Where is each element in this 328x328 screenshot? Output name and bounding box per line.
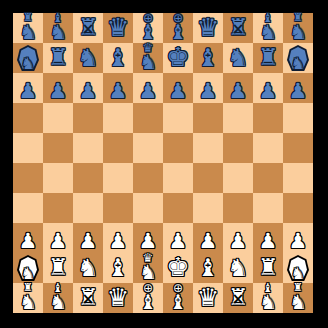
- piece-white-rook[interactable]: ♜: [253, 253, 283, 283]
- piece-white-shield-knight[interactable]: ♞: [283, 253, 313, 283]
- elephant-crest-icon: ⊕: [163, 282, 193, 294]
- pawn-glyph: ♟: [43, 231, 73, 252]
- elephant-crest-icon: ⊕: [163, 12, 193, 24]
- piece-white-king[interactable]: ♚: [163, 253, 193, 283]
- piece-blue-archbishop[interactable]: ♞♝: [43, 13, 73, 43]
- shield-knight-glyph: ♞: [283, 266, 313, 282]
- square-g7[interactable]: [193, 103, 223, 133]
- square-i6[interactable]: [253, 133, 283, 163]
- square-j9[interactable]: ♞: [283, 43, 313, 73]
- square-c8[interactable]: ♟: [73, 73, 103, 103]
- square-b6[interactable]: [43, 133, 73, 163]
- archbishop-glyph: ♞: [253, 22, 283, 42]
- piece-white-rook[interactable]: ♜: [43, 253, 73, 283]
- square-i5[interactable]: [253, 163, 283, 193]
- square-d6[interactable]: [103, 133, 133, 163]
- archbishop-crest-icon: ♝: [253, 282, 283, 294]
- piece-white-pawn[interactable]: ♟: [43, 223, 73, 253]
- piece-white-bishop[interactable]: ♝: [193, 253, 223, 283]
- piece-blue-queen[interactable]: ♛: [193, 13, 223, 43]
- square-d1[interactable]: ♛: [103, 283, 133, 313]
- piece-white-elephant[interactable]: ♝⊕: [133, 283, 163, 313]
- piece-blue-pawn[interactable]: ♟: [253, 73, 283, 103]
- piece-blue-rook[interactable]: ♜: [43, 43, 73, 73]
- square-e4[interactable]: [133, 193, 163, 223]
- rook-glyph: ♜: [43, 256, 73, 279]
- piece-blue-pawn[interactable]: ♟: [103, 73, 133, 103]
- archbishop-crest-icon: ♝: [43, 282, 73, 294]
- piece-blue-bishop[interactable]: ♝: [103, 43, 133, 73]
- square-c2[interactable]: ♞: [73, 253, 103, 283]
- square-f8[interactable]: ♟: [163, 73, 193, 103]
- square-d8[interactable]: ♟: [103, 73, 133, 103]
- square-c1[interactable]: ♜×: [73, 283, 103, 313]
- square-a4[interactable]: [13, 193, 43, 223]
- pawn-glyph: ♟: [283, 81, 313, 102]
- square-e10[interactable]: ♝⊕: [133, 13, 163, 43]
- pawn-glyph: ♟: [73, 231, 103, 252]
- square-h5[interactable]: [223, 163, 253, 193]
- square-h7[interactable]: [223, 103, 253, 133]
- square-b3[interactable]: ♟: [43, 223, 73, 253]
- square-f9[interactable]: ♚: [163, 43, 193, 73]
- square-b10[interactable]: ♞♝: [43, 13, 73, 43]
- piece-white-cannon[interactable]: ♜×: [73, 283, 103, 313]
- square-h2[interactable]: ♞: [223, 253, 253, 283]
- square-e8[interactable]: ♟: [133, 73, 163, 103]
- square-g1[interactable]: ♛: [193, 283, 223, 313]
- pawn-glyph: ♟: [193, 81, 223, 102]
- square-c4[interactable]: [73, 193, 103, 223]
- piece-blue-pawn[interactable]: ♟: [193, 73, 223, 103]
- archbishop-crest-icon: ♝: [43, 12, 73, 24]
- piece-blue-king[interactable]: ♚: [163, 43, 193, 73]
- knight-glyph: ♞: [73, 256, 103, 280]
- square-f2[interactable]: ♚: [163, 253, 193, 283]
- screen: ♞♜♞♝♜×♛♝⊕♝⊕♛♜×♞♝♞♜♞♜♞♝♞♛♚♝♞♜♞♟♟♟♟♟♟♟♟♟♟♟…: [0, 0, 328, 328]
- pawn-glyph: ♟: [223, 231, 253, 252]
- square-d3[interactable]: ♟: [103, 223, 133, 253]
- square-a3[interactable]: ♟: [13, 223, 43, 253]
- square-e5[interactable]: [133, 163, 163, 193]
- piece-white-pawn[interactable]: ♟: [163, 223, 193, 253]
- elephant-glyph: ♝: [133, 292, 163, 312]
- piece-blue-cannon[interactable]: ♜×: [223, 13, 253, 43]
- piece-white-pawn[interactable]: ♟: [193, 223, 223, 253]
- piece-white-amazon[interactable]: ♞♛: [133, 253, 163, 283]
- square-d10[interactable]: ♛: [103, 13, 133, 43]
- square-a1[interactable]: ♞♜: [13, 283, 43, 313]
- square-i1[interactable]: ♞♝: [253, 283, 283, 313]
- piece-blue-amazon[interactable]: ♞♛: [133, 43, 163, 73]
- amazon-glyph: ♞: [133, 262, 163, 282]
- rook-glyph: ♜: [43, 46, 73, 69]
- square-f5[interactable]: [163, 163, 193, 193]
- bishop-glyph: ♝: [193, 46, 223, 70]
- square-j2[interactable]: ♞: [283, 253, 313, 283]
- piece-white-archbishop[interactable]: ♞♝: [253, 283, 283, 313]
- square-g6[interactable]: [193, 133, 223, 163]
- square-b5[interactable]: [43, 163, 73, 193]
- piece-white-pawn[interactable]: ♟: [253, 223, 283, 253]
- square-h1[interactable]: ♜×: [223, 283, 253, 313]
- chancellor-glyph: ♞: [13, 292, 43, 312]
- square-b7[interactable]: [43, 103, 73, 133]
- square-d9[interactable]: ♝: [103, 43, 133, 73]
- queen-glyph: ♛: [193, 285, 223, 310]
- pawn-glyph: ♟: [73, 81, 103, 102]
- bishop-glyph: ♝: [103, 46, 133, 70]
- square-e2[interactable]: ♞♛: [133, 253, 163, 283]
- square-b8[interactable]: ♟: [43, 73, 73, 103]
- chancellor-glyph: ♞: [283, 292, 313, 312]
- square-f1[interactable]: ♝⊕: [163, 283, 193, 313]
- pawn-glyph: ♟: [103, 81, 133, 102]
- square-f6[interactable]: [163, 133, 193, 163]
- square-f4[interactable]: [163, 193, 193, 223]
- square-a7[interactable]: [13, 103, 43, 133]
- square-f7[interactable]: [163, 103, 193, 133]
- piece-white-knight[interactable]: ♞: [73, 253, 103, 283]
- pawn-glyph: ♟: [223, 81, 253, 102]
- knight-glyph: ♞: [73, 46, 103, 70]
- square-e7[interactable]: [133, 103, 163, 133]
- square-g3[interactable]: ♟: [193, 223, 223, 253]
- square-j4[interactable]: [283, 193, 313, 223]
- square-c7[interactable]: [73, 103, 103, 133]
- square-j6[interactable]: [283, 133, 313, 163]
- piece-white-pawn[interactable]: ♟: [73, 223, 103, 253]
- elephant-crest-icon: ⊕: [133, 282, 163, 294]
- chancellor-crest-icon: ♜: [283, 282, 313, 293]
- piece-blue-chancellor[interactable]: ♞♜: [283, 13, 313, 43]
- square-d7[interactable]: [103, 103, 133, 133]
- square-i4[interactable]: [253, 193, 283, 223]
- square-i10[interactable]: ♞♝: [253, 13, 283, 43]
- square-b9[interactable]: ♜: [43, 43, 73, 73]
- archbishop-glyph: ♞: [43, 292, 73, 312]
- square-a2[interactable]: ♞: [13, 253, 43, 283]
- square-e9[interactable]: ♞♛: [133, 43, 163, 73]
- piece-white-pawn[interactable]: ♟: [103, 223, 133, 253]
- square-e6[interactable]: [133, 133, 163, 163]
- square-g8[interactable]: ♟: [193, 73, 223, 103]
- elephant-glyph: ♝: [133, 22, 163, 42]
- square-j7[interactable]: [283, 103, 313, 133]
- piece-blue-bishop[interactable]: ♝: [193, 43, 223, 73]
- piece-blue-elephant[interactable]: ♝⊕: [133, 13, 163, 43]
- shield-knight-glyph: ♞: [283, 56, 313, 72]
- piece-blue-knight[interactable]: ♞: [73, 43, 103, 73]
- square-b1[interactable]: ♞♝: [43, 283, 73, 313]
- square-d4[interactable]: [103, 193, 133, 223]
- pawn-glyph: ♟: [43, 81, 73, 102]
- elephant-glyph: ♝: [163, 22, 193, 42]
- square-g5[interactable]: [193, 163, 223, 193]
- square-h6[interactable]: [223, 133, 253, 163]
- piece-blue-cannon[interactable]: ♜×: [73, 13, 103, 43]
- piece-blue-chancellor[interactable]: ♞♜: [13, 13, 43, 43]
- square-d5[interactable]: [103, 163, 133, 193]
- square-h8[interactable]: ♟: [223, 73, 253, 103]
- square-h3[interactable]: ♟: [223, 223, 253, 253]
- square-i8[interactable]: ♟: [253, 73, 283, 103]
- knight-glyph: ♞: [223, 46, 253, 70]
- piece-blue-knight[interactable]: ♞: [223, 43, 253, 73]
- square-c10[interactable]: ♜×: [73, 13, 103, 43]
- chancellor-crest-icon: ♜: [13, 12, 43, 23]
- piece-blue-pawn[interactable]: ♟: [73, 73, 103, 103]
- square-e1[interactable]: ♝⊕: [133, 283, 163, 313]
- piece-blue-shield-knight[interactable]: ♞: [13, 43, 43, 73]
- piece-white-cannon[interactable]: ♜×: [223, 283, 253, 313]
- piece-white-pawn[interactable]: ♟: [283, 223, 313, 253]
- pawn-glyph: ♟: [13, 231, 43, 252]
- king-glyph: ♚: [163, 44, 193, 70]
- archbishop-glyph: ♞: [253, 292, 283, 312]
- piece-blue-archbishop[interactable]: ♞♝: [253, 13, 283, 43]
- cannon-cross-icon: ×: [82, 21, 95, 36]
- square-b2[interactable]: ♜: [43, 253, 73, 283]
- amazon-glyph: ♞: [133, 52, 163, 72]
- piece-white-queen[interactable]: ♛: [193, 283, 223, 313]
- piece-blue-pawn[interactable]: ♟: [13, 73, 43, 103]
- piece-blue-pawn[interactable]: ♟: [43, 73, 73, 103]
- piece-white-chancellor[interactable]: ♞♜: [283, 283, 313, 313]
- piece-white-shield-knight[interactable]: ♞: [13, 253, 43, 283]
- square-a5[interactable]: [13, 163, 43, 193]
- pawn-glyph: ♟: [283, 231, 313, 252]
- square-a8[interactable]: ♟: [13, 73, 43, 103]
- pawn-glyph: ♟: [253, 231, 283, 252]
- piece-blue-rook[interactable]: ♜: [253, 43, 283, 73]
- shield-knight-glyph: ♞: [13, 266, 43, 282]
- square-j10[interactable]: ♞♜: [283, 13, 313, 43]
- square-g2[interactable]: ♝: [193, 253, 223, 283]
- piece-white-archbishop[interactable]: ♞♝: [43, 283, 73, 313]
- square-g9[interactable]: ♝: [193, 43, 223, 73]
- square-g10[interactable]: ♛: [193, 13, 223, 43]
- pawn-glyph: ♟: [163, 231, 193, 252]
- square-h10[interactable]: ♜×: [223, 13, 253, 43]
- elephant-glyph: ♝: [163, 292, 193, 312]
- square-j5[interactable]: [283, 163, 313, 193]
- piece-blue-pawn[interactable]: ♟: [223, 73, 253, 103]
- square-a9[interactable]: ♞: [13, 43, 43, 73]
- piece-blue-pawn[interactable]: ♟: [283, 73, 313, 103]
- shield-knight-glyph: ♞: [13, 56, 43, 72]
- rook-glyph: ♜: [253, 256, 283, 279]
- piece-white-pawn[interactable]: ♟: [13, 223, 43, 253]
- piece-white-pawn[interactable]: ♟: [133, 223, 163, 253]
- king-glyph: ♚: [163, 254, 193, 280]
- amazon-crest-icon: ♛: [133, 252, 163, 264]
- archbishop-crest-icon: ♝: [253, 12, 283, 24]
- square-b4[interactable]: [43, 193, 73, 223]
- cannon-cross-icon: ×: [232, 291, 245, 306]
- piece-white-elephant[interactable]: ♝⊕: [163, 283, 193, 313]
- square-i9[interactable]: ♜: [253, 43, 283, 73]
- piece-blue-queen[interactable]: ♛: [103, 13, 133, 43]
- piece-white-chancellor[interactable]: ♞♜: [13, 283, 43, 313]
- cannon-cross-icon: ×: [232, 21, 245, 36]
- square-a6[interactable]: [13, 133, 43, 163]
- piece-blue-shield-knight[interactable]: ♞: [283, 43, 313, 73]
- piece-white-queen[interactable]: ♛: [103, 283, 133, 313]
- square-c5[interactable]: [73, 163, 103, 193]
- pawn-glyph: ♟: [163, 81, 193, 102]
- pawn-glyph: ♟: [103, 231, 133, 252]
- piece-blue-elephant[interactable]: ♝⊕: [163, 13, 193, 43]
- pawn-glyph: ♟: [253, 81, 283, 102]
- square-a10[interactable]: ♞♜: [13, 13, 43, 43]
- square-h4[interactable]: [223, 193, 253, 223]
- square-j8[interactable]: ♟: [283, 73, 313, 103]
- square-i7[interactable]: [253, 103, 283, 133]
- chancellor-crest-icon: ♜: [283, 12, 313, 23]
- archbishop-glyph: ♞: [43, 22, 73, 42]
- chancellor-crest-icon: ♜: [13, 282, 43, 293]
- queen-glyph: ♛: [103, 285, 133, 310]
- piece-white-knight[interactable]: ♞: [223, 253, 253, 283]
- square-c3[interactable]: ♟: [73, 223, 103, 253]
- pawn-glyph: ♟: [133, 231, 163, 252]
- chancellor-glyph: ♞: [283, 22, 313, 42]
- square-j1[interactable]: ♞♜: [283, 283, 313, 313]
- bishop-glyph: ♝: [103, 256, 133, 280]
- square-i2[interactable]: ♜: [253, 253, 283, 283]
- square-j3[interactable]: ♟: [283, 223, 313, 253]
- pawn-glyph: ♟: [193, 231, 223, 252]
- elephant-crest-icon: ⊕: [133, 12, 163, 24]
- piece-blue-pawn[interactable]: ♟: [133, 73, 163, 103]
- square-c9[interactable]: ♞: [73, 43, 103, 73]
- square-f3[interactable]: ♟: [163, 223, 193, 253]
- square-g4[interactable]: [193, 193, 223, 223]
- square-c6[interactable]: [73, 133, 103, 163]
- rook-glyph: ♜: [253, 46, 283, 69]
- amazon-crest-icon: ♛: [133, 42, 163, 54]
- piece-white-pawn[interactable]: ♟: [223, 223, 253, 253]
- square-e3[interactable]: ♟: [133, 223, 163, 253]
- cannon-cross-icon: ×: [82, 291, 95, 306]
- knight-glyph: ♞: [223, 256, 253, 280]
- bishop-glyph: ♝: [193, 256, 223, 280]
- queen-glyph: ♛: [103, 15, 133, 40]
- square-i3[interactable]: ♟: [253, 223, 283, 253]
- square-h9[interactable]: ♞: [223, 43, 253, 73]
- piece-white-bishop[interactable]: ♝: [103, 253, 133, 283]
- queen-glyph: ♛: [193, 15, 223, 40]
- square-f10[interactable]: ♝⊕: [163, 13, 193, 43]
- pawn-glyph: ♟: [133, 81, 163, 102]
- chancellor-glyph: ♞: [13, 22, 43, 42]
- piece-blue-pawn[interactable]: ♟: [163, 73, 193, 103]
- square-d2[interactable]: ♝: [103, 253, 133, 283]
- pawn-glyph: ♟: [13, 81, 43, 102]
- board[interactable]: ♞♜♞♝♜×♛♝⊕♝⊕♛♜×♞♝♞♜♞♜♞♝♞♛♚♝♞♜♞♟♟♟♟♟♟♟♟♟♟♟…: [13, 13, 313, 313]
